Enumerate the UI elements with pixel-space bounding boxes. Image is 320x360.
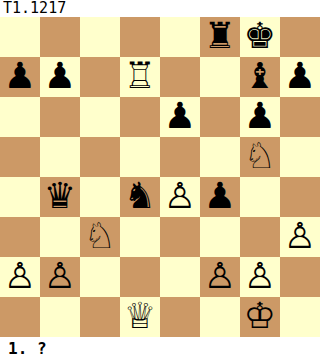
square-d7[interactable]: ♖ [120,57,160,97]
square-e8[interactable] [160,17,200,57]
black-knight: ♞ [124,177,156,216]
square-g4[interactable] [240,177,280,217]
black-pawn: ♟ [44,57,76,96]
black-pawn: ♟ [4,57,36,96]
square-f2[interactable]: ♙ [200,257,240,297]
square-e1[interactable] [160,297,200,337]
square-b2[interactable]: ♙ [40,257,80,297]
square-d6[interactable] [120,97,160,137]
black-pawn: ♟ [244,97,276,136]
square-h4[interactable] [280,177,320,217]
square-h5[interactable] [280,137,320,177]
square-a2[interactable]: ♙ [0,257,40,297]
square-g8[interactable]: ♚ [240,17,280,57]
square-c5[interactable] [80,137,120,177]
white-pawn: ♙ [164,177,196,216]
square-d5[interactable] [120,137,160,177]
black-pawn: ♟ [204,177,236,216]
square-e5[interactable] [160,137,200,177]
white-queen: ♕ [124,297,156,336]
square-g2[interactable]: ♙ [240,257,280,297]
square-f1[interactable] [200,297,240,337]
square-h7[interactable]: ♟ [280,57,320,97]
square-e3[interactable] [160,217,200,257]
square-e2[interactable] [160,257,200,297]
square-d3[interactable] [120,217,160,257]
square-g6[interactable]: ♟ [240,97,280,137]
square-d8[interactable] [120,17,160,57]
square-d1[interactable]: ♕ [120,297,160,337]
square-f6[interactable] [200,97,240,137]
square-a3[interactable] [0,217,40,257]
square-f8[interactable]: ♜ [200,17,240,57]
square-e4[interactable]: ♙ [160,177,200,217]
square-f4[interactable]: ♟ [200,177,240,217]
black-queen: ♛ [44,177,76,216]
move-prompt: 1. ? [0,337,320,360]
square-c2[interactable] [80,257,120,297]
black-pawn: ♟ [284,57,316,96]
puzzle-id: T1.1217 [0,0,320,17]
square-b3[interactable] [40,217,80,257]
white-king: ♔ [244,297,276,336]
white-knight: ♘ [244,137,276,176]
square-g5[interactable]: ♘ [240,137,280,177]
chess-puzzle-page: T1.1217 ♜♚♟♟♖♝♟♟♟♘♛♞♙♟♘♙♙♙♙♙♕♔ 1. ? [0,0,320,360]
square-a8[interactable] [0,17,40,57]
square-b4[interactable]: ♛ [40,177,80,217]
square-c4[interactable] [80,177,120,217]
square-h1[interactable] [280,297,320,337]
square-b8[interactable] [40,17,80,57]
square-g7[interactable]: ♝ [240,57,280,97]
square-g3[interactable] [240,217,280,257]
square-g1[interactable]: ♔ [240,297,280,337]
square-b7[interactable]: ♟ [40,57,80,97]
square-c3[interactable]: ♘ [80,217,120,257]
square-e7[interactable] [160,57,200,97]
square-a7[interactable]: ♟ [0,57,40,97]
white-pawn: ♙ [44,257,76,296]
chess-board: ♜♚♟♟♖♝♟♟♟♘♛♞♙♟♘♙♙♙♙♙♕♔ [0,17,320,337]
square-h3[interactable]: ♙ [280,217,320,257]
square-d4[interactable]: ♞ [120,177,160,217]
black-bishop: ♝ [244,57,276,96]
white-rook: ♖ [124,57,156,96]
white-knight: ♘ [84,217,116,256]
square-b5[interactable] [40,137,80,177]
square-c8[interactable] [80,17,120,57]
square-d2[interactable] [120,257,160,297]
black-king: ♚ [244,17,276,56]
black-pawn: ♟ [164,97,196,136]
square-c1[interactable] [80,297,120,337]
white-pawn: ♙ [244,257,276,296]
square-b6[interactable] [40,97,80,137]
square-c6[interactable] [80,97,120,137]
square-a5[interactable] [0,137,40,177]
white-pawn: ♙ [204,257,236,296]
square-a6[interactable] [0,97,40,137]
white-pawn: ♙ [284,217,316,256]
square-f5[interactable] [200,137,240,177]
square-f3[interactable] [200,217,240,257]
square-c7[interactable] [80,57,120,97]
white-pawn: ♙ [4,257,36,296]
square-h8[interactable] [280,17,320,57]
square-a4[interactable] [0,177,40,217]
square-h6[interactable] [280,97,320,137]
square-a1[interactable] [0,297,40,337]
square-h2[interactable] [280,257,320,297]
square-b1[interactable] [40,297,80,337]
square-f7[interactable] [200,57,240,97]
black-rook: ♜ [204,17,236,56]
square-e6[interactable]: ♟ [160,97,200,137]
